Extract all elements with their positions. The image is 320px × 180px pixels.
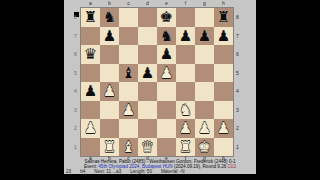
square-f8	[176, 8, 195, 27]
square-g1: ♚	[195, 138, 214, 157]
square-d5: ♟	[138, 64, 157, 83]
square-f4	[176, 82, 195, 101]
black-pawn-icon: ♟	[84, 82, 97, 101]
white-bishop-icon: ♝	[122, 138, 135, 157]
black-pawn-icon: ♟	[179, 27, 192, 46]
white-rook-icon: ♜	[103, 138, 116, 157]
square-h7: ♟	[214, 27, 233, 46]
black-queen-icon: ♛	[84, 45, 97, 64]
square-b4: ♟	[100, 82, 119, 101]
next-move: Next: 11 ...a3	[94, 169, 121, 174]
white-knight-icon: ♞	[179, 101, 192, 120]
file-label-f: f	[176, 0, 195, 6]
white-pawn-icon: ♟	[84, 119, 97, 138]
square-h4	[214, 82, 233, 101]
letterbox-right	[256, 0, 320, 180]
square-g8	[195, 8, 214, 27]
square-a1	[81, 138, 100, 157]
square-a7	[81, 27, 100, 46]
white-king-icon: ♚	[198, 138, 211, 157]
rank-label-5: 5	[234, 64, 241, 83]
white-pawn-icon: ♟	[198, 119, 211, 138]
chess-board: ♜♞♚♜♟♞♟♟♟♛♟♝♟♟♟♟♟♞♟♟♟♟♜♝♛♜♚	[81, 8, 233, 156]
square-h1	[214, 138, 233, 157]
square-g5	[195, 64, 214, 83]
engine-status-line: 23 b4 Next: 11 ...a3 Length: 50 Material…	[64, 169, 258, 174]
rank-label-8: 8	[72, 8, 79, 27]
file-label-a: a	[81, 0, 100, 6]
material-balance: Material: -N	[161, 169, 185, 174]
square-h8: ♜	[214, 8, 233, 27]
rank-label-4: 4	[234, 82, 241, 101]
game-length: Length: 50	[130, 169, 152, 174]
square-g3	[195, 101, 214, 120]
square-b5	[100, 64, 119, 83]
square-b1: ♜	[100, 138, 119, 157]
rank-label-6: 6	[234, 45, 241, 64]
square-e7: ♞	[157, 27, 176, 46]
rank-label-2: 2	[234, 119, 241, 138]
black-knight-icon: ♞	[103, 8, 116, 27]
rank-label-7: 7	[72, 27, 79, 46]
square-d3	[138, 101, 157, 120]
square-c1: ♝	[119, 138, 138, 157]
white-pawn-icon: ♟	[103, 82, 116, 101]
square-g4	[195, 82, 214, 101]
black-rook-icon: ♜	[84, 8, 97, 27]
last-move: b4	[80, 169, 85, 174]
square-d2	[138, 119, 157, 138]
square-b3	[100, 101, 119, 120]
black-pawn-icon: ♟	[141, 64, 154, 83]
square-d7	[138, 27, 157, 46]
eco-code: C02	[228, 164, 236, 169]
square-f1: ♜	[176, 138, 195, 157]
square-e3	[157, 101, 176, 120]
square-f6	[176, 45, 195, 64]
square-b8: ♞	[100, 8, 119, 27]
file-label-d: d	[138, 0, 157, 6]
square-a6: ♛	[81, 45, 100, 64]
square-a2: ♟	[81, 119, 100, 138]
rank-labels-right: 87654321	[234, 8, 241, 156]
square-g6	[195, 45, 214, 64]
game-caption: Salinas Herrera, Pablo (2485) - Westhaus…	[64, 159, 256, 174]
square-b7: ♟	[100, 27, 119, 46]
square-h6	[214, 45, 233, 64]
square-h5	[214, 64, 233, 83]
square-c8	[119, 8, 138, 27]
black-pawn-icon: ♟	[198, 27, 211, 46]
square-d8	[138, 8, 157, 27]
rank-label-6: 6	[72, 45, 79, 64]
square-c5: ♝	[119, 64, 138, 83]
square-e6: ♟	[157, 45, 176, 64]
square-e4	[157, 82, 176, 101]
black-pawn-icon: ♟	[217, 27, 230, 46]
black-rook-icon: ♜	[217, 8, 230, 27]
square-b6	[100, 45, 119, 64]
square-b2	[100, 119, 119, 138]
rank-label-8: 8	[234, 8, 241, 27]
move-number: 23	[66, 169, 71, 174]
black-king-icon: ♚	[160, 8, 173, 27]
square-g7: ♟	[195, 27, 214, 46]
white-pawn-icon: ♟	[122, 101, 135, 120]
rank-labels-left: 87654321	[72, 8, 79, 156]
rank-label-4: 4	[72, 82, 79, 101]
rank-label-1: 1	[72, 138, 79, 157]
square-a5	[81, 64, 100, 83]
white-queen-icon: ♛	[141, 138, 154, 157]
square-e1	[157, 138, 176, 157]
square-a3	[81, 101, 100, 120]
square-c2	[119, 119, 138, 138]
square-d4	[138, 82, 157, 101]
square-h2: ♟	[214, 119, 233, 138]
square-f5	[176, 64, 195, 83]
rank-label-3: 3	[72, 101, 79, 120]
file-label-b: b	[100, 0, 119, 6]
file-labels-top: abcdefgh	[81, 0, 233, 6]
diagram-panel: abcdefgh ♜♞♚♜♟♞♟♟♟♛♟♝♟♟♟♟♟♞♟♟♟♟♜♝♛♜♚ abc…	[64, 0, 256, 174]
white-pawn-icon: ♟	[217, 119, 230, 138]
square-g2: ♟	[195, 119, 214, 138]
white-pawn-icon: ♟	[179, 119, 192, 138]
square-d1: ♛	[138, 138, 157, 157]
black-pawn-icon: ♟	[160, 45, 173, 64]
square-c4	[119, 82, 138, 101]
square-h3	[214, 101, 233, 120]
rank-label-2: 2	[72, 119, 79, 138]
rank-label-1: 1	[234, 138, 241, 157]
rank-label-7: 7	[234, 27, 241, 46]
black-bishop-icon: ♝	[122, 64, 135, 83]
file-label-c: c	[119, 0, 138, 6]
white-pawn-icon: ♟	[160, 64, 173, 83]
black-pawn-icon: ♟	[103, 27, 116, 46]
file-label-h: h	[214, 0, 233, 6]
rank-label-3: 3	[234, 101, 241, 120]
square-a8: ♜	[81, 8, 100, 27]
square-f3: ♞	[176, 101, 195, 120]
square-f2: ♟	[176, 119, 195, 138]
black-knight-icon: ♞	[160, 27, 173, 46]
square-e8: ♚	[157, 8, 176, 27]
square-c3: ♟	[119, 101, 138, 120]
square-d6	[138, 45, 157, 64]
video-frame: abcdefgh ♜♞♚♜♟♞♟♟♟♛♟♝♟♟♟♟♟♞♟♟♟♟♜♝♛♜♚ abc…	[0, 0, 320, 180]
file-label-g: g	[195, 0, 214, 6]
square-c6	[119, 45, 138, 64]
square-e5: ♟	[157, 64, 176, 83]
square-e2	[157, 119, 176, 138]
square-c7	[119, 27, 138, 46]
square-a4: ♟	[81, 82, 100, 101]
white-rook-icon: ♜	[179, 138, 192, 157]
rank-label-5: 5	[72, 64, 79, 83]
letterbox-left	[0, 0, 64, 180]
file-label-e: e	[157, 0, 176, 6]
square-f7: ♟	[176, 27, 195, 46]
